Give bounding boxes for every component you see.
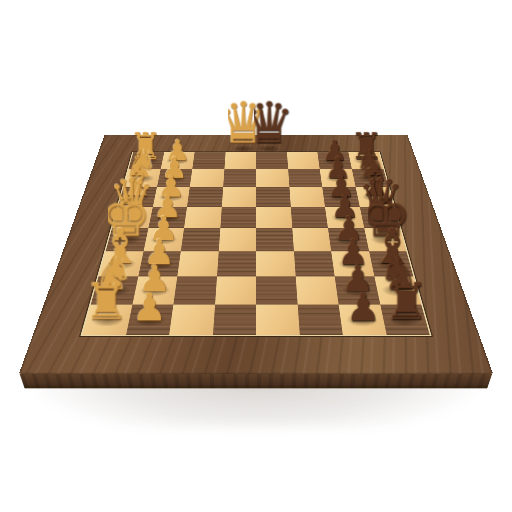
square-c8	[355, 187, 394, 207]
square-d7	[325, 207, 364, 228]
square-a4	[224, 152, 256, 169]
square-b4	[223, 169, 256, 187]
square-a6	[287, 152, 320, 169]
square-d3	[184, 207, 221, 228]
square-d8	[359, 207, 399, 228]
square-c5	[256, 187, 290, 207]
square-c3	[187, 187, 223, 207]
piece-shadow	[257, 145, 280, 151]
piece-shadow	[231, 145, 254, 151]
square-b6	[288, 169, 322, 187]
black-q-glyph: ♛	[243, 96, 294, 150]
extra-white-queen: ♛	[228, 90, 259, 151]
square-a7	[317, 152, 351, 169]
square-d2	[148, 207, 187, 228]
product-photo-stage: ♜♞♝♛♚♝♞♜♟♟♟♟♟♟♟♟♟♟♟♟♟♟♟♟♜♞♝♛♚♝♞♜ ♛♛	[0, 0, 512, 512]
square-c2	[153, 187, 190, 207]
square-a8	[348, 152, 383, 169]
board-front-edge	[20, 374, 493, 389]
square-d6	[290, 207, 327, 228]
square-c1	[118, 187, 157, 207]
square-b7	[320, 169, 356, 187]
square-c4	[222, 187, 256, 207]
square-b5	[256, 169, 289, 187]
square-d1	[112, 207, 152, 228]
square-a1	[129, 152, 164, 169]
white-q-glyph: ♛	[218, 96, 269, 150]
square-d4	[220, 207, 256, 228]
square-c7	[322, 187, 359, 207]
square-b1	[124, 169, 161, 187]
square-b8	[352, 169, 389, 187]
square-c6	[289, 187, 325, 207]
square-b2	[157, 169, 193, 187]
square-d5	[256, 207, 292, 228]
board-scene: ♜♞♝♛♚♝♞♜♟♟♟♟♟♟♟♟♟♟♟♟♟♟♟♟♜♞♝♛♚♝♞♜ ♛♛	[71, 43, 441, 413]
square-a2	[160, 152, 194, 169]
square-b3	[190, 169, 224, 187]
square-a3	[192, 152, 225, 169]
chess-board: ♜♞♝♛♚♝♞♜♟♟♟♟♟♟♟♟♟♟♟♟♟♟♟♟♜♞♝♛♚♝♞♜ ♛♛	[19, 135, 493, 374]
square-a5	[256, 152, 288, 169]
extra-black-queen: ♛	[254, 90, 285, 151]
board-perspective-wrapper: ♜♞♝♛♚♝♞♜♟♟♟♟♟♟♟♟♟♟♟♟♟♟♟♟♜♞♝♛♚♝♞♜ ♛♛	[71, 43, 441, 413]
